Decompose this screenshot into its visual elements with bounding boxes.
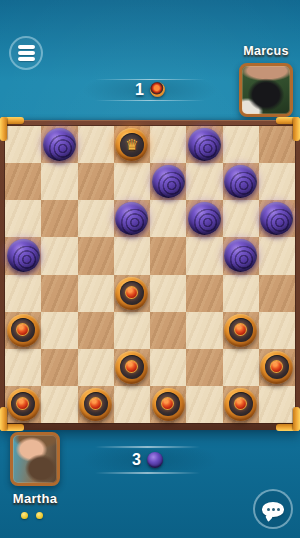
red-man[interactable] [115,277,148,310]
square-r1c4[interactable] [150,163,186,200]
square-r6c3[interactable] [114,349,150,386]
chat-bubble-icon [262,502,284,517]
square-r3c7 [259,237,295,274]
gold-corner-bottom-left-icon [0,407,24,431]
square-r1c7 [259,163,295,200]
purple-man[interactable] [224,239,257,272]
square-r1c1 [41,163,77,200]
square-r4c6 [223,275,259,312]
top-captured-counter: 1 [95,80,205,99]
square-r0c2 [78,126,114,163]
bottom-captured-counter: 3 [95,449,200,470]
purple-man[interactable] [260,202,293,235]
square-r5c3 [114,312,150,349]
square-r6c4 [150,349,186,386]
purple-man[interactable] [43,128,76,161]
board-frame: ♛ [0,120,300,430]
purple-man[interactable] [188,128,221,161]
bottom-captured-count: 3 [132,451,141,469]
square-r3c4[interactable] [150,237,186,274]
board-grid: ♛ [5,126,295,423]
square-r0c6 [223,126,259,163]
red-piece-icon [150,82,165,97]
square-r6c0 [5,349,41,386]
purple-man[interactable] [188,202,221,235]
square-r6c6 [223,349,259,386]
square-r2c3[interactable] [114,200,150,237]
red-man[interactable] [79,388,112,421]
square-r4c1[interactable] [41,275,77,312]
gold-corner-top-right-icon [276,117,300,141]
square-r4c4 [150,275,186,312]
square-r1c3 [114,163,150,200]
square-r1c5 [186,163,222,200]
top-captured-count: 1 [135,81,144,99]
red-man[interactable] [224,314,257,347]
square-r5c2[interactable] [78,312,114,349]
win-dot [36,512,43,519]
square-r5c5 [186,312,222,349]
square-r3c0[interactable] [5,237,41,274]
gold-corner-top-left-icon [0,117,24,141]
purple-man[interactable] [224,165,257,198]
purple-man[interactable] [152,165,185,198]
square-r5c6[interactable] [223,312,259,349]
square-r2c7[interactable] [259,200,295,237]
square-r4c2 [78,275,114,312]
square-r7c1 [41,386,77,423]
square-r6c5[interactable] [186,349,222,386]
purple-piece-icon [147,452,163,468]
square-r2c5[interactable] [186,200,222,237]
red-man[interactable] [7,314,40,347]
square-r2c1[interactable] [41,200,77,237]
bottom-score-line-upper [95,446,200,448]
square-r6c1[interactable] [41,349,77,386]
square-r3c3 [114,237,150,274]
gold-corner-bottom-right-icon [276,407,300,431]
square-r7c3 [114,386,150,423]
square-r6c7[interactable] [259,349,295,386]
square-r6c2 [78,349,114,386]
purple-man[interactable] [7,239,40,272]
opponent-avatar[interactable] [239,63,293,117]
player-win-dots [21,512,43,519]
square-r5c1 [41,312,77,349]
win-dot [21,512,28,519]
red-man[interactable] [260,351,293,384]
square-r4c3[interactable] [114,275,150,312]
square-r4c5[interactable] [186,275,222,312]
red-king[interactable]: ♛ [115,128,148,161]
square-r1c2[interactable] [78,163,114,200]
red-man[interactable] [224,388,257,421]
square-r0c5[interactable] [186,126,222,163]
square-r0c1[interactable] [41,126,77,163]
purple-man[interactable] [115,202,148,235]
square-r2c0 [5,200,41,237]
square-r3c6[interactable] [223,237,259,274]
square-r1c0[interactable] [5,163,41,200]
opponent-name: Marcus [206,44,300,58]
square-r7c4[interactable] [150,386,186,423]
chat-button[interactable] [253,489,293,529]
bottom-score-line-lower [95,472,200,474]
square-r2c2 [78,200,114,237]
hamburger-icon [18,45,35,48]
red-man[interactable] [152,388,185,421]
crown-icon: ♛ [115,128,148,161]
square-r7c5 [186,386,222,423]
square-r3c1 [41,237,77,274]
square-r0c4 [150,126,186,163]
player-avatar[interactable] [10,432,60,486]
square-r5c0[interactable] [5,312,41,349]
menu-button[interactable] [9,36,43,70]
square-r5c4[interactable] [150,312,186,349]
square-r2c6 [223,200,259,237]
square-r5c7 [259,312,295,349]
square-r7c2[interactable] [78,386,114,423]
player-name: Martha [0,491,70,506]
red-man[interactable] [115,351,148,384]
app-screen: Marcus 1 ♛ 3 Martha [0,0,300,538]
square-r3c2[interactable] [78,237,114,274]
top-score-line-lower [95,100,205,102]
square-r1c6[interactable] [223,163,259,200]
square-r2c4 [150,200,186,237]
square-r4c7[interactable] [259,275,295,312]
square-r0c3[interactable]: ♛ [114,126,150,163]
square-r4c0 [5,275,41,312]
square-r3c5 [186,237,222,274]
square-r7c6[interactable] [223,386,259,423]
